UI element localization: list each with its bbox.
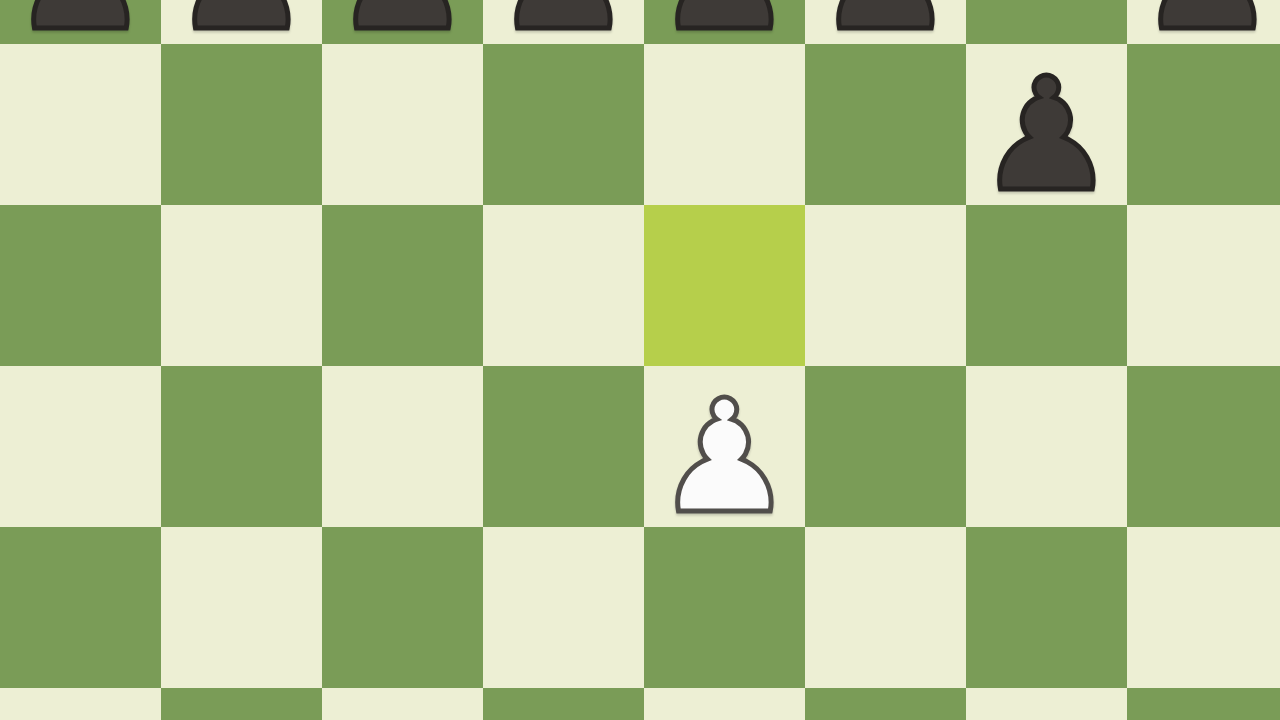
square-c5[interactable]	[322, 205, 483, 366]
square-f7[interactable]: ♟	[805, 0, 966, 44]
square-a3[interactable]	[0, 527, 161, 688]
square-e4[interactable]: ♟	[644, 366, 805, 527]
square-g3[interactable]	[966, 527, 1127, 688]
square-c3[interactable]	[322, 527, 483, 688]
square-f4[interactable]	[805, 366, 966, 527]
square-e2[interactable]	[644, 688, 805, 720]
square-d7[interactable]: ♟	[483, 0, 644, 44]
square-g5[interactable]	[966, 205, 1127, 366]
square-d4[interactable]	[483, 366, 644, 527]
square-c4[interactable]	[322, 366, 483, 527]
square-h2[interactable]	[1127, 688, 1280, 720]
square-a7[interactable]: ♟	[0, 0, 161, 44]
square-b7[interactable]: ♟	[161, 0, 322, 44]
square-f6[interactable]	[805, 44, 966, 205]
square-e3[interactable]	[644, 527, 805, 688]
square-e6[interactable]	[644, 44, 805, 205]
square-b6[interactable]	[161, 44, 322, 205]
square-h6[interactable]	[1127, 44, 1280, 205]
square-c6[interactable]	[322, 44, 483, 205]
square-d6[interactable]	[483, 44, 644, 205]
square-a5[interactable]	[0, 205, 161, 366]
square-g4[interactable]	[966, 366, 1127, 527]
square-h4[interactable]	[1127, 366, 1280, 527]
square-g2[interactable]	[966, 688, 1127, 720]
square-f3[interactable]	[805, 527, 966, 688]
square-g7[interactable]	[966, 0, 1127, 44]
square-d2[interactable]	[483, 688, 644, 720]
square-e7[interactable]: ♟	[644, 0, 805, 44]
black-pawn[interactable]: ♟	[977, 57, 1117, 213]
square-f2[interactable]	[805, 688, 966, 720]
square-h3[interactable]	[1127, 527, 1280, 688]
square-d5[interactable]	[483, 205, 644, 366]
square-h7[interactable]: ♟	[1127, 0, 1280, 44]
square-e5[interactable]	[644, 205, 805, 366]
chessboard-viewport: ♟♟♟♟♟♟♟♟♟	[0, 0, 1280, 720]
chessboard[interactable]: ♟♟♟♟♟♟♟♟♟	[0, 0, 1280, 720]
square-c2[interactable]	[322, 688, 483, 720]
white-pawn[interactable]: ♟	[655, 379, 795, 535]
square-d3[interactable]	[483, 527, 644, 688]
square-h5[interactable]	[1127, 205, 1280, 366]
square-c7[interactable]: ♟	[322, 0, 483, 44]
square-a2[interactable]	[0, 688, 161, 720]
square-a6[interactable]	[0, 44, 161, 205]
square-g6[interactable]: ♟	[966, 44, 1127, 205]
square-b4[interactable]	[161, 366, 322, 527]
square-b2[interactable]	[161, 688, 322, 720]
square-b3[interactable]	[161, 527, 322, 688]
square-b5[interactable]	[161, 205, 322, 366]
square-a4[interactable]	[0, 366, 161, 527]
square-f5[interactable]	[805, 205, 966, 366]
